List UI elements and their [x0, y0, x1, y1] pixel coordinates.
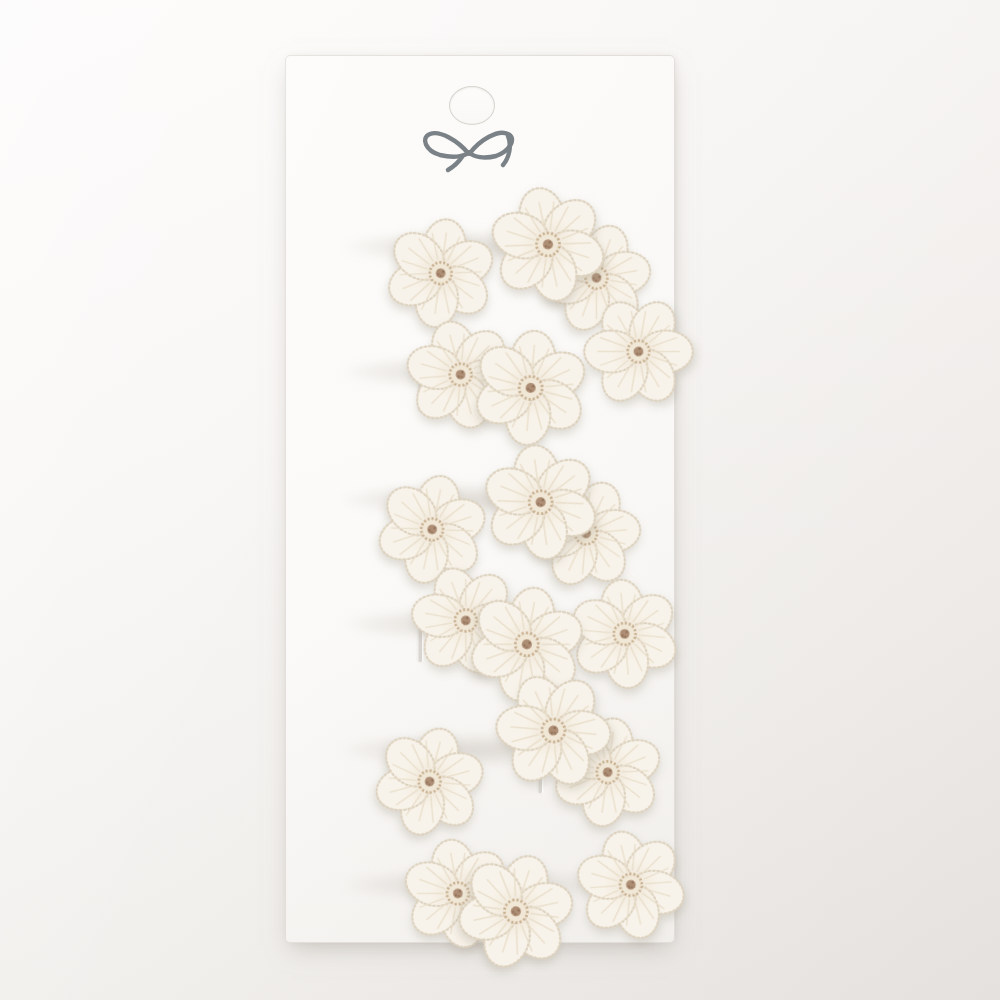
card-slit	[539, 251, 542, 285]
card-slit	[539, 759, 542, 793]
product-photo: Made in China	[0, 0, 1000, 1000]
card-slit	[419, 503, 422, 537]
made-in-china-label: Made in China	[285, 901, 673, 921]
card-slit	[419, 628, 422, 662]
card-slit	[539, 377, 542, 411]
ribbon-bow-icon	[400, 106, 540, 178]
display-card	[285, 55, 675, 943]
card-slit	[419, 759, 422, 793]
card-slit	[419, 377, 422, 411]
card-slit	[419, 251, 422, 285]
card-slit	[539, 503, 542, 537]
card-slit	[539, 628, 542, 662]
